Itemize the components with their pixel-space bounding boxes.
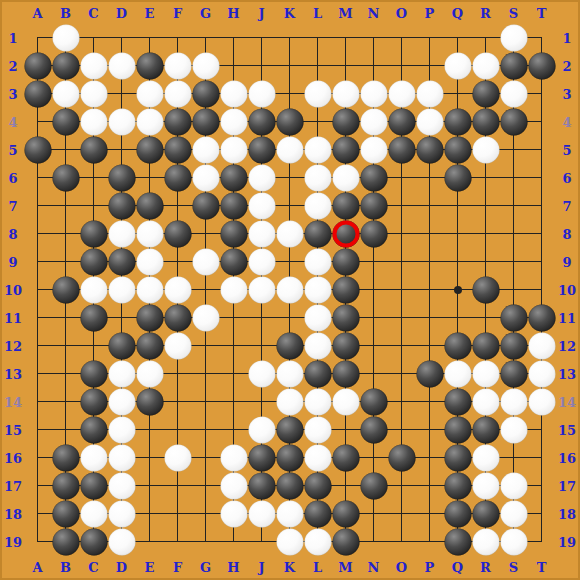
col-label-bottom-M: M — [338, 560, 352, 575]
black-stone-D9 — [108, 248, 135, 275]
row-label-left-9: 9 — [8, 254, 17, 269]
row-label-left-11: 11 — [4, 310, 22, 325]
white-stone-G11 — [192, 304, 219, 331]
white-stone-N3 — [360, 80, 387, 107]
col-label-bottom-F: F — [173, 560, 182, 575]
white-stone-L16 — [304, 444, 331, 471]
row-label-left-13: 13 — [4, 366, 22, 381]
white-stone-R14 — [472, 388, 499, 415]
col-label-bottom-K: K — [284, 560, 295, 575]
row-label-right-9: 9 — [562, 254, 571, 269]
white-stone-H10 — [220, 276, 247, 303]
black-stone-B18 — [52, 500, 79, 527]
white-stone-S15 — [500, 416, 527, 443]
col-label-top-J: J — [258, 6, 264, 21]
col-label-top-T: T — [537, 6, 547, 21]
white-stone-D19 — [108, 528, 135, 555]
white-stone-D8 — [108, 220, 135, 247]
black-stone-F6 — [164, 164, 191, 191]
white-stone-J3 — [248, 80, 275, 107]
col-label-bottom-S: S — [509, 560, 518, 575]
row-label-right-13: 13 — [558, 366, 576, 381]
black-stone-K16 — [276, 444, 303, 471]
row-label-right-7: 7 — [562, 198, 571, 213]
black-stone-F5 — [164, 136, 191, 163]
black-stone-M5 — [332, 136, 359, 163]
white-stone-H5 — [220, 136, 247, 163]
black-stone-K4 — [276, 108, 303, 135]
black-stone-E7 — [136, 192, 163, 219]
row-label-right-14: 14 — [558, 394, 576, 409]
black-stone-B17 — [52, 472, 79, 499]
black-stone-A5 — [24, 136, 51, 163]
black-stone-O5 — [388, 136, 415, 163]
row-label-right-8: 8 — [562, 226, 571, 241]
black-stone-D12 — [108, 332, 135, 359]
black-stone-Q14 — [444, 388, 471, 415]
white-stone-D18 — [108, 500, 135, 527]
black-stone-H7 — [220, 192, 247, 219]
white-stone-M6 — [332, 164, 359, 191]
black-stone-Q4 — [444, 108, 471, 135]
black-stone-E12 — [136, 332, 163, 359]
black-stone-E14 — [136, 388, 163, 415]
col-label-bottom-P: P — [425, 560, 435, 575]
white-stone-C3 — [80, 80, 107, 107]
black-stone-D7 — [108, 192, 135, 219]
col-label-bottom-G: G — [200, 560, 211, 575]
white-stone-G9 — [192, 248, 219, 275]
row-label-right-5: 5 — [562, 142, 571, 157]
black-stone-T11 — [528, 304, 555, 331]
white-stone-C16 — [80, 444, 107, 471]
white-stone-G5 — [192, 136, 219, 163]
white-stone-B3 — [52, 80, 79, 107]
black-stone-N8 — [360, 220, 387, 247]
black-stone-B16 — [52, 444, 79, 471]
black-stone-C9 — [80, 248, 107, 275]
col-label-top-P: P — [425, 6, 435, 21]
white-stone-E9 — [136, 248, 163, 275]
white-stone-L9 — [304, 248, 331, 275]
black-stone-S4 — [500, 108, 527, 135]
white-stone-N5 — [360, 136, 387, 163]
black-stone-R10 — [472, 276, 499, 303]
white-stone-F2 — [164, 52, 191, 79]
white-stone-J15 — [248, 416, 275, 443]
black-stone-C11 — [80, 304, 107, 331]
col-label-top-C: C — [88, 6, 98, 21]
black-stone-C13 — [80, 360, 107, 387]
white-stone-J6 — [248, 164, 275, 191]
white-stone-C2 — [80, 52, 107, 79]
row-label-right-10: 10 — [558, 282, 576, 297]
white-stone-F3 — [164, 80, 191, 107]
black-stone-N6 — [360, 164, 387, 191]
white-stone-L7 — [304, 192, 331, 219]
white-stone-Q13 — [444, 360, 471, 387]
white-stone-K14 — [276, 388, 303, 415]
black-stone-G7 — [192, 192, 219, 219]
col-label-bottom-C: C — [88, 560, 98, 575]
white-stone-C4 — [80, 108, 107, 135]
black-stone-L18 — [304, 500, 331, 527]
white-stone-O3 — [388, 80, 415, 107]
col-label-bottom-O: O — [396, 560, 407, 575]
black-stone-G3 — [192, 80, 219, 107]
col-label-bottom-H: H — [227, 560, 239, 575]
col-label-bottom-N: N — [368, 560, 380, 575]
black-stone-S11 — [500, 304, 527, 331]
row-label-right-18: 18 — [558, 506, 576, 521]
white-stone-M14 — [332, 388, 359, 415]
black-stone-M9 — [332, 248, 359, 275]
white-stone-E4 — [136, 108, 163, 135]
black-stone-H6 — [220, 164, 247, 191]
white-stone-K13 — [276, 360, 303, 387]
black-stone-Q18 — [444, 500, 471, 527]
row-label-left-8: 8 — [8, 226, 17, 241]
black-stone-J17 — [248, 472, 275, 499]
black-stone-A3 — [24, 80, 51, 107]
white-stone-L15 — [304, 416, 331, 443]
black-stone-N7 — [360, 192, 387, 219]
col-label-top-G: G — [200, 6, 211, 21]
white-stone-K10 — [276, 276, 303, 303]
white-stone-T13 — [528, 360, 555, 387]
black-stone-F11 — [164, 304, 191, 331]
col-label-top-B: B — [60, 6, 71, 21]
white-stone-D16 — [108, 444, 135, 471]
black-stone-L13 — [304, 360, 331, 387]
col-label-bottom-T: T — [537, 560, 547, 575]
black-stone-L8 — [304, 220, 331, 247]
black-stone-D6 — [108, 164, 135, 191]
white-stone-R16 — [472, 444, 499, 471]
white-stone-J18 — [248, 500, 275, 527]
row-label-right-12: 12 — [558, 338, 576, 353]
row-label-left-5: 5 — [8, 142, 17, 157]
black-stone-K12 — [276, 332, 303, 359]
black-stone-K15 — [276, 416, 303, 443]
black-stone-N17 — [360, 472, 387, 499]
white-stone-T14 — [528, 388, 555, 415]
col-label-top-K: K — [284, 6, 295, 21]
row-label-right-1: 1 — [562, 30, 571, 45]
black-stone-F8 — [164, 220, 191, 247]
black-stone-M19 — [332, 528, 359, 555]
black-stone-M18 — [332, 500, 359, 527]
black-stone-A2 — [24, 52, 51, 79]
white-stone-N4 — [360, 108, 387, 135]
grid-line-horizontal-11 — [37, 317, 542, 318]
col-label-top-H: H — [227, 6, 239, 21]
black-stone-B10 — [52, 276, 79, 303]
row-label-left-17: 17 — [4, 478, 22, 493]
black-stone-P13 — [416, 360, 443, 387]
black-stone-M12 — [332, 332, 359, 359]
white-stone-D15 — [108, 416, 135, 443]
white-stone-H17 — [220, 472, 247, 499]
white-stone-S17 — [500, 472, 527, 499]
row-label-right-3: 3 — [562, 86, 571, 101]
black-stone-N14 — [360, 388, 387, 415]
col-label-top-Q: Q — [452, 6, 463, 21]
row-label-right-11: 11 — [558, 310, 576, 325]
white-stone-T12 — [528, 332, 555, 359]
col-label-bottom-A: A — [32, 560, 42, 575]
white-stone-H16 — [220, 444, 247, 471]
black-stone-M13 — [332, 360, 359, 387]
white-stone-D13 — [108, 360, 135, 387]
white-stone-G6 — [192, 164, 219, 191]
row-label-left-4: 4 — [8, 114, 17, 129]
row-label-right-16: 16 — [558, 450, 576, 465]
row-label-left-1: 1 — [8, 30, 17, 45]
white-stone-S19 — [500, 528, 527, 555]
white-stone-R5 — [472, 136, 499, 163]
row-label-left-19: 19 — [4, 534, 22, 549]
star-point-Q10 — [454, 286, 462, 294]
white-stone-C10 — [80, 276, 107, 303]
black-stone-B2 — [52, 52, 79, 79]
black-stone-Q16 — [444, 444, 471, 471]
col-label-top-M: M — [338, 6, 352, 21]
white-stone-L3 — [304, 80, 331, 107]
black-stone-E5 — [136, 136, 163, 163]
white-stone-E13 — [136, 360, 163, 387]
white-stone-D17 — [108, 472, 135, 499]
row-label-right-6: 6 — [562, 170, 571, 185]
black-stone-C8 — [80, 220, 107, 247]
white-stone-E3 — [136, 80, 163, 107]
black-stone-R12 — [472, 332, 499, 359]
white-stone-P3 — [416, 80, 443, 107]
black-stone-C15 — [80, 416, 107, 443]
white-stone-J7 — [248, 192, 275, 219]
white-stone-L19 — [304, 528, 331, 555]
row-label-right-15: 15 — [558, 422, 576, 437]
black-stone-S13 — [500, 360, 527, 387]
black-stone-L17 — [304, 472, 331, 499]
white-stone-E10 — [136, 276, 163, 303]
white-stone-K8 — [276, 220, 303, 247]
black-stone-M16 — [332, 444, 359, 471]
white-stone-S14 — [500, 388, 527, 415]
white-stone-C18 — [80, 500, 107, 527]
white-stone-R17 — [472, 472, 499, 499]
white-stone-H3 — [220, 80, 247, 107]
white-stone-L12 — [304, 332, 331, 359]
row-label-left-2: 2 — [8, 58, 17, 73]
row-label-left-6: 6 — [8, 170, 17, 185]
white-stone-J8 — [248, 220, 275, 247]
white-stone-J10 — [248, 276, 275, 303]
col-label-bottom-E: E — [145, 560, 155, 575]
black-stone-S12 — [500, 332, 527, 359]
col-label-bottom-Q: Q — [452, 560, 463, 575]
white-stone-K18 — [276, 500, 303, 527]
black-stone-K17 — [276, 472, 303, 499]
col-label-top-R: R — [480, 6, 491, 21]
white-stone-D14 — [108, 388, 135, 415]
black-stone-R15 — [472, 416, 499, 443]
white-stone-F12 — [164, 332, 191, 359]
white-stone-F10 — [164, 276, 191, 303]
row-label-left-14: 14 — [4, 394, 22, 409]
white-stone-L11 — [304, 304, 331, 331]
row-label-left-12: 12 — [4, 338, 22, 353]
row-label-left-7: 7 — [8, 198, 17, 213]
col-label-bottom-B: B — [60, 560, 71, 575]
row-label-left-16: 16 — [4, 450, 22, 465]
row-label-left-10: 10 — [4, 282, 22, 297]
col-label-top-E: E — [145, 6, 155, 21]
white-stone-H4 — [220, 108, 247, 135]
black-stone-E11 — [136, 304, 163, 331]
go-app-window: AABBCCDDEEFFGGHHJJKKLLMMNNOOPPQQRRSSTT11… — [0, 0, 580, 580]
black-stone-T2 — [528, 52, 555, 79]
black-stone-B4 — [52, 108, 79, 135]
black-stone-H8 — [220, 220, 247, 247]
black-stone-J16 — [248, 444, 275, 471]
white-stone-J9 — [248, 248, 275, 275]
row-label-right-19: 19 — [558, 534, 576, 549]
black-stone-Q12 — [444, 332, 471, 359]
black-stone-O16 — [388, 444, 415, 471]
black-stone-O4 — [388, 108, 415, 135]
black-stone-Q6 — [444, 164, 471, 191]
black-stone-Q15 — [444, 416, 471, 443]
white-stone-F16 — [164, 444, 191, 471]
white-stone-D4 — [108, 108, 135, 135]
black-stone-N15 — [360, 416, 387, 443]
black-stone-B6 — [52, 164, 79, 191]
white-stone-K5 — [276, 136, 303, 163]
white-stone-L6 — [304, 164, 331, 191]
col-label-bottom-J: J — [258, 560, 264, 575]
white-stone-L10 — [304, 276, 331, 303]
row-label-right-17: 17 — [558, 478, 576, 493]
white-stone-D10 — [108, 276, 135, 303]
black-stone-F4 — [164, 108, 191, 135]
black-stone-C5 — [80, 136, 107, 163]
black-stone-C17 — [80, 472, 107, 499]
white-stone-D2 — [108, 52, 135, 79]
white-stone-M3 — [332, 80, 359, 107]
black-stone-E2 — [136, 52, 163, 79]
white-stone-L5 — [304, 136, 331, 163]
white-stone-G2 — [192, 52, 219, 79]
white-stone-S3 — [500, 80, 527, 107]
white-stone-R19 — [472, 528, 499, 555]
black-stone-C19 — [80, 528, 107, 555]
white-stone-J13 — [248, 360, 275, 387]
row-label-right-4: 4 — [562, 114, 571, 129]
col-label-bottom-L: L — [313, 560, 322, 575]
col-label-top-S: S — [509, 6, 518, 21]
col-label-top-O: O — [396, 6, 407, 21]
last-move-marker-M8 — [332, 220, 359, 247]
black-stone-R4 — [472, 108, 499, 135]
black-stone-G4 — [192, 108, 219, 135]
black-stone-J5 — [248, 136, 275, 163]
black-stone-R3 — [472, 80, 499, 107]
col-label-top-F: F — [173, 6, 182, 21]
black-stone-R18 — [472, 500, 499, 527]
white-stone-H18 — [220, 500, 247, 527]
white-stone-P4 — [416, 108, 443, 135]
black-stone-M7 — [332, 192, 359, 219]
grid-line-vertical-T — [541, 37, 542, 542]
row-label-left-15: 15 — [4, 422, 22, 437]
white-stone-S1 — [500, 24, 527, 51]
col-label-top-L: L — [313, 6, 322, 21]
black-stone-Q5 — [444, 136, 471, 163]
white-stone-K19 — [276, 528, 303, 555]
black-stone-M4 — [332, 108, 359, 135]
white-stone-R2 — [472, 52, 499, 79]
black-stone-M10 — [332, 276, 359, 303]
black-stone-Q19 — [444, 528, 471, 555]
white-stone-Q2 — [444, 52, 471, 79]
black-stone-H9 — [220, 248, 247, 275]
white-stone-E8 — [136, 220, 163, 247]
row-label-right-2: 2 — [562, 58, 571, 73]
white-stone-B1 — [52, 24, 79, 51]
row-label-left-18: 18 — [4, 506, 22, 521]
black-stone-S2 — [500, 52, 527, 79]
black-stone-J4 — [248, 108, 275, 135]
col-label-top-A: A — [32, 6, 42, 21]
col-label-bottom-R: R — [480, 560, 491, 575]
col-label-top-N: N — [368, 6, 380, 21]
white-stone-R13 — [472, 360, 499, 387]
black-stone-M11 — [332, 304, 359, 331]
col-label-bottom-D: D — [116, 560, 127, 575]
white-stone-L14 — [304, 388, 331, 415]
black-stone-P5 — [416, 136, 443, 163]
col-label-top-D: D — [116, 6, 127, 21]
go-board[interactable]: AABBCCDDEEFFGGHHJJKKLLMMNNOOPPQQRRSSTT11… — [0, 0, 580, 580]
black-stone-Q17 — [444, 472, 471, 499]
row-label-left-3: 3 — [8, 86, 17, 101]
white-stone-S18 — [500, 500, 527, 527]
black-stone-C14 — [80, 388, 107, 415]
black-stone-B19 — [52, 528, 79, 555]
